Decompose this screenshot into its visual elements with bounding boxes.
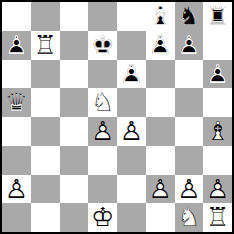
square-e8[interactable] [117,2,146,31]
square-c4[interactable] [60,117,89,146]
square-b8[interactable] [31,2,60,31]
white-pawn-a2: ♟♙ [2,175,31,204]
square-e6[interactable]: ♟♙ [117,60,146,89]
black-knight-g8: ♞♘ [175,2,204,31]
black-pawn-e6: ♟♙ [117,60,146,89]
white-pawn-e4: ♟♙ [117,117,146,146]
square-f3[interactable] [146,146,175,175]
square-g5[interactable] [175,88,204,117]
black-pawn-g7: ♟♙ [175,31,204,60]
square-c5[interactable] [60,88,89,117]
white-knight-d5: ♞♘ [88,88,117,117]
white-pawn-d4: ♟♙ [88,117,117,146]
square-d2[interactable] [88,175,117,204]
square-e5[interactable] [117,88,146,117]
square-a1[interactable] [2,203,31,232]
black-bishop-f8: ♝♗ [146,2,175,31]
square-f1[interactable] [146,203,175,232]
black-pawn-f7: ♟♙ [146,31,175,60]
square-h8[interactable]: ♜♖ [203,2,232,31]
square-c1[interactable] [60,203,89,232]
white-bishop-h4: ♝♗ [203,117,232,146]
black-queen-a5: ♛♕ [2,88,31,117]
square-a3[interactable] [2,146,31,175]
square-a5[interactable]: ♛♕ [2,88,31,117]
square-d3[interactable] [88,146,117,175]
square-e4[interactable]: ♟♙ [117,117,146,146]
square-d1[interactable]: ♚♔ [88,203,117,232]
black-king-d7: ♚♔ [88,31,117,60]
square-f4[interactable] [146,117,175,146]
white-king-d1: ♚♔ [88,203,117,232]
square-h1[interactable]: ♜♖ [203,203,232,232]
square-h5[interactable] [203,88,232,117]
square-a6[interactable] [2,60,31,89]
white-knight-g1: ♞♘ [175,203,204,232]
square-g3[interactable] [175,146,204,175]
square-g8[interactable]: ♞♘ [175,2,204,31]
square-c2[interactable] [60,175,89,204]
black-pawn-a7: ♟♙ [2,31,31,60]
chess-board-frame: ♝♗♞♘♜♖♟♙♜♖♚♔♟♙♟♙♟♙♟♙♛♕♞♘♟♙♟♙♝♗♟♙♟♙♟♙♟♙♚♔… [0,0,234,234]
square-a4[interactable] [2,117,31,146]
square-h6[interactable]: ♟♙ [203,60,232,89]
square-h3[interactable] [203,146,232,175]
white-pawn-f2: ♟♙ [146,175,175,204]
white-rook-h1: ♜♖ [203,203,232,232]
white-rook-b7: ♜♖ [31,31,60,60]
square-d4[interactable]: ♟♙ [88,117,117,146]
square-c6[interactable] [60,60,89,89]
square-d7[interactable]: ♚♔ [88,31,117,60]
square-c3[interactable] [60,146,89,175]
square-g6[interactable] [175,60,204,89]
square-a8[interactable] [2,2,31,31]
square-h7[interactable] [203,31,232,60]
square-f5[interactable] [146,88,175,117]
square-f6[interactable] [146,60,175,89]
square-g7[interactable]: ♟♙ [175,31,204,60]
square-h4[interactable]: ♝♗ [203,117,232,146]
square-c8[interactable] [60,2,89,31]
square-h2[interactable]: ♟♙ [203,175,232,204]
square-c7[interactable] [60,31,89,60]
square-b2[interactable] [31,175,60,204]
square-b7[interactable]: ♜♖ [31,31,60,60]
chess-board: ♝♗♞♘♜♖♟♙♜♖♚♔♟♙♟♙♟♙♟♙♛♕♞♘♟♙♟♙♝♗♟♙♟♙♟♙♟♙♚♔… [2,2,232,232]
square-g1[interactable]: ♞♘ [175,203,204,232]
white-pawn-h2: ♟♙ [203,175,232,204]
square-b6[interactable] [31,60,60,89]
square-a7[interactable]: ♟♙ [2,31,31,60]
white-pawn-g2: ♟♙ [175,175,204,204]
square-e2[interactable] [117,175,146,204]
square-d6[interactable] [88,60,117,89]
square-e7[interactable] [117,31,146,60]
square-g2[interactable]: ♟♙ [175,175,204,204]
square-b5[interactable] [31,88,60,117]
square-d5[interactable]: ♞♘ [88,88,117,117]
square-a2[interactable]: ♟♙ [2,175,31,204]
square-f8[interactable]: ♝♗ [146,2,175,31]
square-f2[interactable]: ♟♙ [146,175,175,204]
square-b3[interactable] [31,146,60,175]
square-b4[interactable] [31,117,60,146]
square-e3[interactable] [117,146,146,175]
black-pawn-h6: ♟♙ [203,60,232,89]
square-b1[interactable] [31,203,60,232]
black-rook-h8: ♜♖ [203,2,232,31]
square-e1[interactable] [117,203,146,232]
square-g4[interactable] [175,117,204,146]
square-f7[interactable]: ♟♙ [146,31,175,60]
square-d8[interactable] [88,2,117,31]
